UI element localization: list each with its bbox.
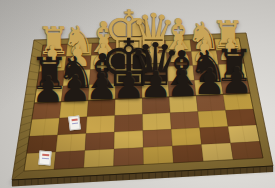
price-sticker xyxy=(68,115,81,130)
chess-set-photo: ♜♞♝♚♛♝♞♜♟♟♟♟♟♟♟♟♜♞♝♚♛♝♞♜♟♟♟♟♟♟♟♟ xyxy=(0,0,275,188)
black-pawn-piece: ♟ xyxy=(220,63,252,99)
price-sticker xyxy=(38,151,51,166)
